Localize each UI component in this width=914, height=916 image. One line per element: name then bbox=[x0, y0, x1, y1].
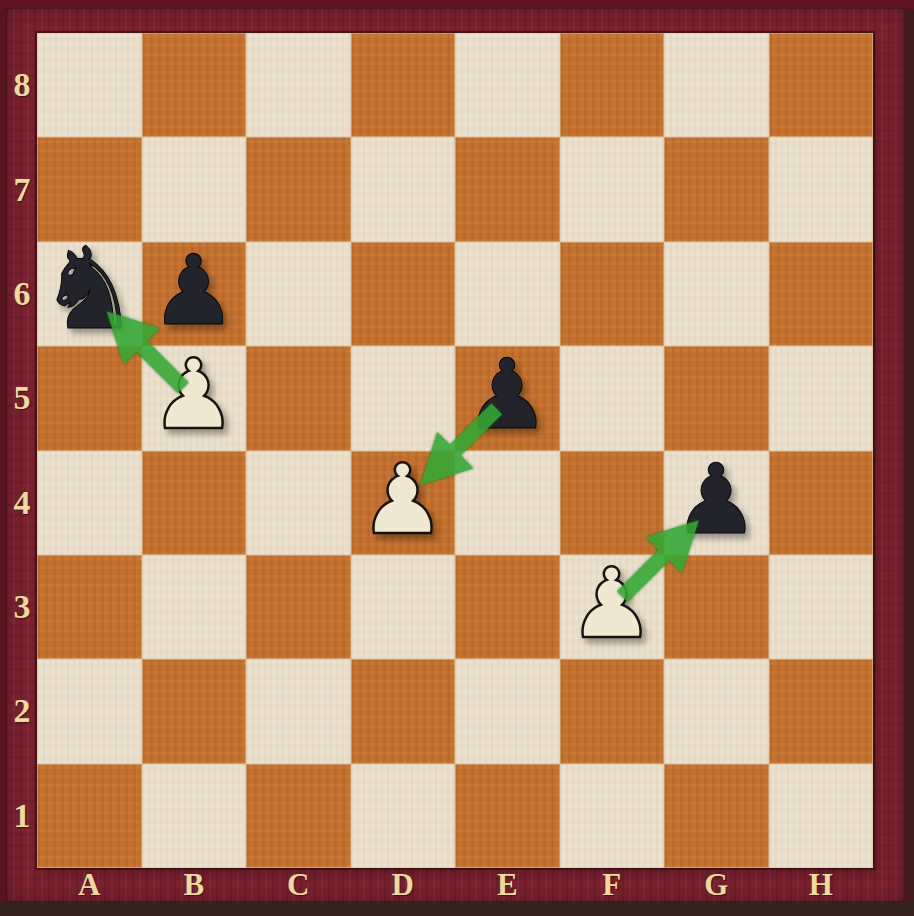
black-pawn-e5[interactable]: ♟ bbox=[464, 346, 551, 443]
file-label-h: H bbox=[781, 866, 861, 904]
file-label-c: C bbox=[258, 866, 338, 904]
black-pawn-b6[interactable]: ♟ bbox=[150, 242, 237, 339]
white-pawn-d4[interactable]: ♟ bbox=[359, 450, 446, 547]
rank-label-2: 2 bbox=[4, 692, 40, 730]
rank-label-7: 7 bbox=[4, 171, 40, 209]
rank-label-5: 5 bbox=[4, 379, 40, 417]
file-label-f: F bbox=[572, 866, 652, 904]
rank-label-8: 8 bbox=[4, 66, 40, 104]
file-label-d: D bbox=[363, 866, 443, 904]
white-pawn-b5[interactable]: ♟ bbox=[150, 346, 237, 443]
file-label-a: A bbox=[49, 866, 129, 904]
white-pawn-f3[interactable]: ♟ bbox=[568, 555, 655, 652]
black-knight-a6[interactable]: ♞ bbox=[39, 233, 140, 346]
rank-label-1: 1 bbox=[4, 797, 40, 835]
chess-board-window: ♞♟♟♟♟♟♟ 87654321ABCDEFGH bbox=[0, 0, 914, 916]
black-pawn-g4[interactable]: ♟ bbox=[673, 450, 760, 547]
pieces-layer: ♞♟♟♟♟♟♟ bbox=[37, 33, 873, 868]
rank-label-4: 4 bbox=[4, 484, 40, 522]
file-label-g: G bbox=[676, 866, 756, 904]
file-label-b: B bbox=[154, 866, 234, 904]
rank-label-3: 3 bbox=[4, 588, 40, 626]
file-label-e: E bbox=[467, 866, 547, 904]
rank-label-6: 6 bbox=[4, 275, 40, 313]
